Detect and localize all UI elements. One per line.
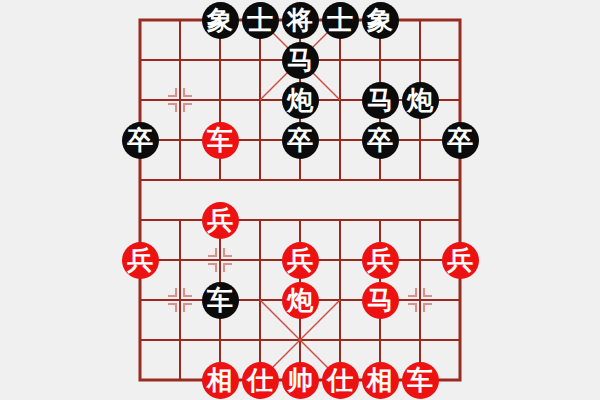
piece-red-cannon[interactable]: 炮 — [282, 282, 319, 319]
piece-black-advisor[interactable]: 士 — [322, 2, 359, 39]
piece-red-chariot[interactable]: 车 — [202, 122, 239, 159]
piece-red-soldier[interactable]: 兵 — [442, 242, 479, 279]
piece-red-advisor[interactable]: 仕 — [242, 362, 279, 399]
piece-red-soldier[interactable]: 兵 — [202, 202, 239, 239]
piece-black-elephant[interactable]: 象 — [362, 2, 399, 39]
piece-black-horse[interactable]: 马 — [362, 82, 399, 119]
piece-black-horse[interactable]: 马 — [282, 42, 319, 79]
pieces-layer: 象士将士象马炮马炮卒车卒卒卒兵兵兵兵兵车炮马相仕帅仕相车 — [120, 0, 480, 400]
piece-black-cannon[interactable]: 炮 — [282, 82, 319, 119]
piece-black-soldier[interactable]: 卒 — [362, 122, 399, 159]
piece-red-soldier[interactable]: 兵 — [362, 242, 399, 279]
piece-black-soldier[interactable]: 卒 — [442, 122, 479, 159]
piece-black-soldier[interactable]: 卒 — [282, 122, 319, 159]
piece-black-cannon[interactable]: 炮 — [402, 82, 439, 119]
piece-red-horse[interactable]: 马 — [362, 282, 399, 319]
piece-black-general[interactable]: 将 — [282, 2, 319, 39]
piece-red-advisor[interactable]: 仕 — [322, 362, 359, 399]
piece-black-advisor[interactable]: 士 — [242, 2, 279, 39]
piece-red-general[interactable]: 帅 — [282, 362, 319, 399]
piece-black-soldier[interactable]: 卒 — [122, 122, 159, 159]
piece-red-soldier[interactable]: 兵 — [282, 242, 319, 279]
piece-red-chariot[interactable]: 车 — [402, 362, 439, 399]
piece-red-elephant[interactable]: 相 — [202, 362, 239, 399]
piece-black-elephant[interactable]: 象 — [202, 2, 239, 39]
piece-red-elephant[interactable]: 相 — [362, 362, 399, 399]
piece-black-chariot[interactable]: 车 — [202, 282, 239, 319]
xiangqi-app: 象士将士象马炮马炮卒车卒卒卒兵兵兵兵兵车炮马相仕帅仕相车 — [0, 0, 600, 400]
piece-red-soldier[interactable]: 兵 — [122, 242, 159, 279]
